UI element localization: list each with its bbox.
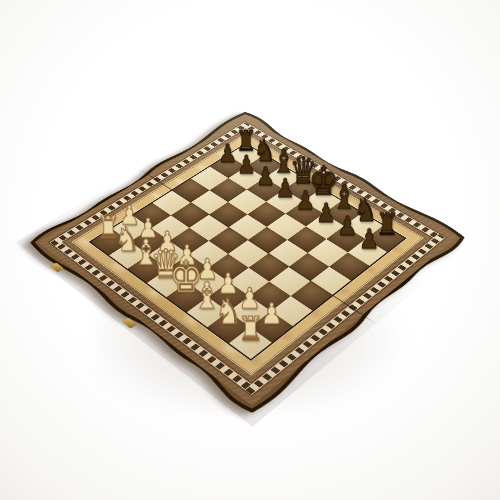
piece-black-pawn: ♟	[218, 142, 237, 166]
piece-black-pawn: ♟	[275, 176, 295, 201]
piece-black-pawn: ♟	[337, 213, 358, 239]
piece-white-pawn: ♟	[261, 300, 283, 328]
piece-black-pawn: ♟	[359, 226, 380, 252]
piece-black-pawn: ♟	[316, 200, 336, 225]
piece-white-rook: ♜	[238, 312, 264, 344]
piece-black-pawn: ♟	[256, 164, 275, 189]
product-photo-scene: ♜♞♟♝♟♛♟♚♟♝♟♞♟♟♜♟♟♜♟♟♞♟♝♟♛♟♚♟♝♟♞♜	[0, 0, 500, 500]
piece-black-pawn: ♟	[295, 188, 315, 213]
piece-black-pawn: ♟	[237, 153, 256, 177]
